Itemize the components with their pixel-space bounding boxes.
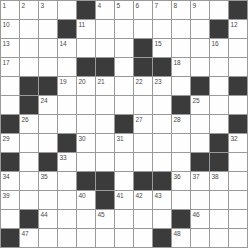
cell-r8c3[interactable] [39, 134, 57, 152]
cell-r1c12[interactable] [210, 1, 228, 19]
cell-r2c5[interactable]: 11 [77, 20, 95, 38]
cell-r6c13[interactable] [229, 96, 247, 114]
cell-r10c10[interactable]: 36 [172, 172, 190, 190]
cell-r6c4[interactable] [58, 96, 76, 114]
cell-r13c7[interactable] [115, 229, 133, 247]
cell-r9c7[interactable] [115, 153, 133, 171]
cell-r10c3[interactable]: 35 [39, 172, 57, 190]
crossword-board: 1234567891011121314151617181920212223242… [0, 0, 248, 248]
block-cell-r10c9 [153, 172, 171, 190]
clue-number: 17 [3, 59, 10, 66]
cell-r10c2[interactable] [20, 172, 38, 190]
cell-r4c11[interactable] [191, 58, 209, 76]
cell-r8c10[interactable] [172, 134, 190, 152]
clue-number: 18 [174, 59, 181, 66]
cell-r13c3[interactable] [39, 229, 57, 247]
cell-r11c3[interactable] [39, 191, 57, 209]
clue-number: 9 [193, 2, 196, 9]
cell-r5c5[interactable]: 20 [77, 77, 95, 95]
clue-number: 43 [155, 192, 162, 199]
cell-r7c8[interactable]: 27 [134, 115, 152, 133]
clue-number: 12 [231, 21, 238, 28]
block-cell-r4c8 [134, 58, 152, 76]
cell-r6c8[interactable] [134, 96, 152, 114]
clue-number: 1 [3, 2, 6, 9]
cell-r12c9[interactable] [153, 210, 171, 228]
clue-number: 44 [41, 211, 48, 218]
cell-r12c4[interactable] [58, 210, 76, 228]
block-cell-r9c12 [210, 153, 228, 171]
cell-r11c13[interactable] [229, 191, 247, 209]
cell-r12c6[interactable]: 45 [96, 210, 114, 228]
cell-r12c7[interactable] [115, 210, 133, 228]
cell-r2c10[interactable] [172, 20, 190, 38]
cell-r3c5[interactable] [77, 39, 95, 57]
clue-number: 20 [79, 78, 86, 85]
block-cell-r5c2 [20, 77, 38, 95]
cell-r10c12[interactable]: 38 [210, 172, 228, 190]
block-cell-r2c4 [58, 20, 76, 38]
clue-number: 34 [3, 173, 10, 180]
block-cell-r6c2 [20, 96, 38, 114]
cell-r10c7[interactable] [115, 172, 133, 190]
cell-r11c5[interactable]: 40 [77, 191, 95, 209]
cell-r1c4[interactable] [58, 1, 76, 19]
cell-r3c7[interactable] [115, 39, 133, 57]
block-cell-r9c1 [1, 153, 19, 171]
cell-r13c13[interactable] [229, 229, 247, 247]
clue-number: 47 [22, 230, 29, 237]
cell-r11c9[interactable]: 43 [153, 191, 171, 209]
clue-number: 10 [3, 21, 10, 28]
cell-r5c8[interactable]: 22 [134, 77, 152, 95]
clue-number: 40 [79, 192, 86, 199]
block-cell-r6c10 [172, 96, 190, 114]
cell-r9c4[interactable]: 33 [58, 153, 76, 171]
cell-r13c2[interactable]: 47 [20, 229, 38, 247]
cell-r8c2[interactable] [20, 134, 38, 152]
cell-r9c9[interactable] [153, 153, 171, 171]
cell-r9c10[interactable] [172, 153, 190, 171]
cell-r3c1[interactable]: 13 [1, 39, 19, 57]
cell-r7c2[interactable]: 26 [20, 115, 38, 133]
cell-r2c13[interactable]: 12 [229, 20, 247, 38]
cell-r8c9[interactable] [153, 134, 171, 152]
clue-number: 23 [155, 78, 162, 85]
cell-r3c3[interactable] [39, 39, 57, 57]
clue-number: 3 [41, 2, 44, 9]
cell-r7c6[interactable] [96, 115, 114, 133]
clue-number: 38 [212, 173, 219, 180]
cell-r13c11[interactable] [191, 229, 209, 247]
cell-r2c7[interactable] [115, 20, 133, 38]
cell-r1c10[interactable]: 8 [172, 1, 190, 19]
cell-r13c6[interactable] [96, 229, 114, 247]
clue-number: 16 [212, 40, 219, 47]
cell-r3c11[interactable] [191, 39, 209, 57]
cell-r13c5[interactable] [77, 229, 95, 247]
block-cell-r2c12 [210, 20, 228, 38]
cell-r12c11[interactable]: 46 [191, 210, 209, 228]
cell-r9c5[interactable] [77, 153, 95, 171]
cell-r11c12[interactable] [210, 191, 228, 209]
cell-r3c4[interactable]: 14 [58, 39, 76, 57]
cell-r9c13[interactable] [229, 153, 247, 171]
cell-r6c1[interactable] [1, 96, 19, 114]
block-cell-r4c5 [77, 58, 95, 76]
cell-r8c11[interactable] [191, 134, 209, 152]
cell-r4c7[interactable] [115, 58, 133, 76]
cell-r5c6[interactable]: 21 [96, 77, 114, 95]
cell-r1c8[interactable]: 6 [134, 1, 152, 19]
cell-r4c12[interactable] [210, 58, 228, 76]
cell-r6c11[interactable]: 25 [191, 96, 209, 114]
cell-r3c9[interactable]: 15 [153, 39, 171, 57]
cell-r10c13[interactable] [229, 172, 247, 190]
block-cell-r5c11 [191, 77, 209, 95]
cell-r3c2[interactable] [20, 39, 38, 57]
cell-r5c9[interactable]: 23 [153, 77, 171, 95]
clue-number: 28 [174, 116, 181, 123]
clue-number: 19 [60, 78, 67, 85]
clue-number: 6 [136, 2, 139, 9]
cell-r5c7[interactable] [115, 77, 133, 95]
cell-r7c4[interactable] [58, 115, 76, 133]
cell-r9c8[interactable] [134, 153, 152, 171]
clue-number: 11 [79, 21, 85, 28]
cell-r12c12[interactable] [210, 210, 228, 228]
clue-number: 41 [117, 192, 124, 199]
cell-r7c10[interactable]: 28 [172, 115, 190, 133]
block-cell-r5c13 [229, 77, 247, 95]
block-cell-r12c10 [172, 210, 190, 228]
cell-r11c7[interactable]: 41 [115, 191, 133, 209]
clue-number: 31 [117, 135, 124, 142]
block-cell-r9c3 [39, 153, 57, 171]
clue-number: 14 [60, 40, 67, 47]
cell-r6c6[interactable] [96, 96, 114, 114]
clue-number: 30 [79, 135, 86, 142]
cell-r6c12[interactable] [210, 96, 228, 114]
clue-number: 4 [98, 2, 101, 9]
cell-r6c5[interactable] [77, 96, 95, 114]
cell-r7c3[interactable] [39, 115, 57, 133]
clue-number: 24 [41, 97, 48, 104]
cell-r10c1[interactable]: 34 [1, 172, 19, 190]
cell-r3c10[interactable] [172, 39, 190, 57]
cell-r4c10[interactable]: 18 [172, 58, 190, 76]
cell-r11c2[interactable] [20, 191, 38, 209]
cell-r3c13[interactable] [229, 39, 247, 57]
block-cell-r3c8 [134, 39, 152, 57]
clue-number: 33 [60, 154, 67, 161]
clue-number: 32 [231, 135, 238, 142]
cell-r3c6[interactable] [96, 39, 114, 57]
cell-r7c5[interactable] [77, 115, 95, 133]
block-cell-r4c9 [153, 58, 171, 76]
cell-r1c2[interactable]: 2 [20, 1, 38, 19]
cell-r13c8[interactable] [134, 229, 152, 247]
cell-r8c13[interactable]: 32 [229, 134, 247, 152]
block-cell-r5c3 [39, 77, 57, 95]
block-cell-r10c5 [77, 172, 95, 190]
cell-r5c12[interactable] [210, 77, 228, 95]
cell-r2c6[interactable] [96, 20, 114, 38]
cell-r13c12[interactable] [210, 229, 228, 247]
cell-r2c1[interactable]: 10 [1, 20, 19, 38]
cell-r1c7[interactable]: 5 [115, 1, 133, 19]
block-cell-r8c4 [58, 134, 76, 152]
cell-r13c4[interactable] [58, 229, 76, 247]
cell-r6c3[interactable]: 24 [39, 96, 57, 114]
cell-r8c7[interactable]: 31 [115, 134, 133, 152]
cell-r7c12[interactable] [210, 115, 228, 133]
clue-number: 27 [136, 116, 143, 123]
clue-number: 21 [98, 78, 105, 85]
block-cell-r1c5 [77, 1, 95, 19]
clue-number: 2 [22, 2, 25, 9]
cell-r9c2[interactable] [20, 153, 38, 171]
block-cell-r1c13 [229, 1, 247, 19]
cell-r8c5[interactable]: 30 [77, 134, 95, 152]
clue-number: 8 [174, 2, 177, 9]
block-cell-r13c9 [153, 229, 171, 247]
clue-number: 39 [3, 192, 10, 199]
clue-number: 42 [136, 192, 143, 199]
cell-r11c11[interactable] [191, 191, 209, 209]
clue-number: 46 [193, 211, 200, 218]
clue-number: 25 [193, 97, 200, 104]
block-cell-r13c1 [1, 229, 19, 247]
cell-r2c2[interactable] [20, 20, 38, 38]
cell-r8c6[interactable] [96, 134, 114, 152]
block-cell-r4c6 [96, 58, 114, 76]
clue-number: 48 [174, 230, 181, 237]
block-cell-r10c8 [134, 172, 152, 190]
cell-r11c1[interactable]: 39 [1, 191, 19, 209]
cell-r5c10[interactable] [172, 77, 190, 95]
clue-number: 5 [117, 2, 120, 9]
clue-number: 15 [155, 40, 162, 47]
cell-r4c13[interactable] [229, 58, 247, 76]
cell-r4c1[interactable]: 17 [1, 58, 19, 76]
cell-r1c9[interactable]: 7 [153, 1, 171, 19]
cell-r13c10[interactable]: 48 [172, 229, 190, 247]
cell-r11c10[interactable] [172, 191, 190, 209]
block-cell-r8c12 [210, 134, 228, 152]
cell-r10c11[interactable]: 37 [191, 172, 209, 190]
cell-r12c13[interactable] [229, 210, 247, 228]
cell-r1c1[interactable]: 1 [1, 1, 19, 19]
block-cell-r10c6 [96, 172, 114, 190]
cell-r1c6[interactable]: 4 [96, 1, 114, 19]
cell-r12c5[interactable] [77, 210, 95, 228]
cell-r7c9[interactable] [153, 115, 171, 133]
cell-r4c2[interactable] [20, 58, 38, 76]
cell-r6c7[interactable] [115, 96, 133, 114]
clue-number: 45 [98, 211, 105, 218]
cell-r1c11[interactable]: 9 [191, 1, 209, 19]
block-cell-r7c1 [1, 115, 19, 133]
clue-number: 37 [193, 173, 200, 180]
clue-number: 29 [3, 135, 10, 142]
cell-r5c1[interactable] [1, 77, 19, 95]
clue-number: 26 [22, 116, 29, 123]
clue-number: 36 [174, 173, 181, 180]
cell-r3c12[interactable]: 16 [210, 39, 228, 57]
clue-number: 35 [41, 173, 48, 180]
cell-r8c8[interactable] [134, 134, 152, 152]
cell-r12c8[interactable] [134, 210, 152, 228]
cell-r11c8[interactable]: 42 [134, 191, 152, 209]
block-cell-r9c11 [191, 153, 209, 171]
cell-r2c11[interactable] [191, 20, 209, 38]
cell-r2c8[interactable] [134, 20, 152, 38]
clue-number: 22 [136, 78, 143, 85]
cell-r11c4[interactable] [58, 191, 76, 209]
cell-r12c1[interactable] [1, 210, 19, 228]
block-cell-r7c7 [115, 115, 133, 133]
cell-r1c3[interactable]: 3 [39, 1, 57, 19]
cell-r7c11[interactable] [191, 115, 209, 133]
cell-r6c9[interactable] [153, 96, 171, 114]
cell-r2c3[interactable] [39, 20, 57, 38]
clue-number: 7 [155, 2, 158, 9]
block-cell-r12c2 [20, 210, 38, 228]
cell-r2c9[interactable] [153, 20, 171, 38]
cell-r12c3[interactable]: 44 [39, 210, 57, 228]
cell-r4c3[interactable] [39, 58, 57, 76]
clue-number: 13 [3, 40, 10, 47]
cell-r9c6[interactable] [96, 153, 114, 171]
cell-r8c1[interactable]: 29 [1, 134, 19, 152]
block-cell-r11c6 [96, 191, 114, 209]
block-cell-r7c13 [229, 115, 247, 133]
cell-r10c4[interactable] [58, 172, 76, 190]
cell-r5c4[interactable]: 19 [58, 77, 76, 95]
cell-r4c4[interactable] [58, 58, 76, 76]
